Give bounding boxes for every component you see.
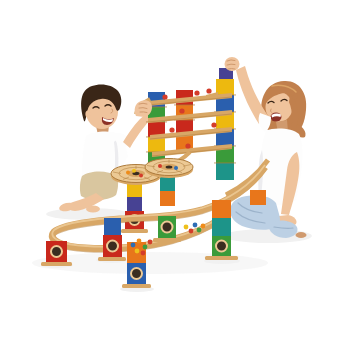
teal-cube [212, 218, 231, 236]
orange-cube [160, 191, 175, 206]
tower-cube-column [214, 68, 236, 180]
wood-base [205, 256, 238, 260]
marble [141, 251, 146, 256]
orange-cube [250, 190, 266, 205]
purple-cube [127, 197, 142, 211]
yellow-cube [127, 183, 142, 197]
red-marble-on-rail [179, 108, 184, 113]
wood-base [41, 262, 72, 266]
blue-cube [104, 218, 121, 235]
spiral-funnel-right [145, 159, 193, 179]
boy-right-foot [86, 206, 100, 213]
marble-in-funnel [158, 164, 162, 168]
marble-in-funnel [174, 166, 178, 170]
wood-slat [214, 162, 236, 164]
girl-foot [296, 232, 307, 238]
orange-cube [212, 200, 231, 218]
wood-slat [174, 104, 195, 106]
red-marble-on-rail [185, 143, 190, 148]
yellow-cube [216, 79, 234, 95]
marble-in-funnel [126, 171, 130, 175]
marble [143, 245, 148, 250]
funnel-hole [166, 165, 173, 168]
orange-cube [176, 135, 193, 150]
wood-base [122, 284, 151, 288]
teal-cube [216, 163, 234, 180]
boy-ear [85, 110, 90, 117]
marble [135, 249, 140, 254]
marble-run-scene [0, 0, 350, 350]
marble-in-funnel [132, 169, 136, 173]
red-marble-on-rail [206, 88, 211, 93]
wood-base [153, 238, 181, 242]
marble [193, 223, 198, 228]
marble [184, 225, 189, 230]
marble [137, 239, 142, 244]
red-marble-on-rail [169, 127, 174, 132]
marble [197, 228, 202, 233]
product-photo [0, 0, 350, 350]
wood-base [121, 229, 148, 233]
red-marble-on-rail [162, 94, 167, 99]
red-marble-on-rail [194, 90, 199, 95]
wood-base [98, 257, 126, 261]
marble [189, 229, 194, 234]
teal-cube [160, 176, 175, 191]
marble [148, 240, 153, 245]
marble [201, 224, 206, 229]
marble-in-funnel [139, 174, 143, 178]
marble [131, 243, 136, 248]
red-marble-on-rail [211, 122, 216, 127]
